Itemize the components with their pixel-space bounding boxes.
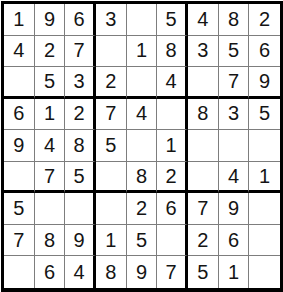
cell-r1c8[interactable]: 8 — [219, 4, 250, 36]
cell-r8c5[interactable]: 5 — [127, 225, 158, 257]
cell-r9c1-empty[interactable] — [4, 256, 35, 288]
cell-r2c6[interactable]: 8 — [157, 36, 188, 68]
cell-r7c9-empty[interactable] — [249, 193, 280, 225]
cell-r4c8[interactable]: 3 — [219, 99, 250, 131]
cell-r9c4[interactable]: 8 — [96, 256, 127, 288]
cell-r2c8[interactable]: 5 — [219, 36, 250, 68]
cell-r2c3[interactable]: 7 — [65, 36, 96, 68]
cell-r1c1[interactable]: 1 — [4, 4, 35, 36]
cell-r4c6-empty[interactable] — [157, 99, 188, 131]
cell-r5c2[interactable]: 4 — [35, 130, 66, 162]
cell-r6c5[interactable]: 8 — [127, 162, 158, 194]
sudoku-board: 1963548242718356532479612748359485175824… — [1, 1, 283, 292]
cell-r7c4-empty[interactable] — [96, 193, 127, 225]
cell-r6c1-empty[interactable] — [4, 162, 35, 194]
cell-r3c7-empty[interactable] — [188, 67, 219, 99]
cell-r7c7[interactable]: 7 — [188, 193, 219, 225]
cell-r7c6[interactable]: 6 — [157, 193, 188, 225]
cell-r3c6[interactable]: 4 — [157, 67, 188, 99]
cell-r5c9-empty[interactable] — [249, 130, 280, 162]
cell-r7c2-empty[interactable] — [35, 193, 66, 225]
cell-r4c9[interactable]: 5 — [249, 99, 280, 131]
cell-r5c8-empty[interactable] — [219, 130, 250, 162]
cell-r1c4[interactable]: 3 — [96, 4, 127, 36]
cell-r7c1[interactable]: 5 — [4, 193, 35, 225]
cell-r3c4[interactable]: 2 — [96, 67, 127, 99]
cell-r4c3[interactable]: 2 — [65, 99, 96, 131]
cell-r5c5-empty[interactable] — [127, 130, 158, 162]
cell-r7c8[interactable]: 9 — [219, 193, 250, 225]
cell-r2c4-empty[interactable] — [96, 36, 127, 68]
cell-r5c3[interactable]: 8 — [65, 130, 96, 162]
cell-r9c7[interactable]: 5 — [188, 256, 219, 288]
cell-r9c6[interactable]: 7 — [157, 256, 188, 288]
cell-r9c9-empty[interactable] — [249, 256, 280, 288]
cell-r6c2[interactable]: 7 — [35, 162, 66, 194]
cell-r8c8[interactable]: 6 — [219, 225, 250, 257]
cell-r8c9-empty[interactable] — [249, 225, 280, 257]
cell-r3c9[interactable]: 9 — [249, 67, 280, 99]
cell-r4c5[interactable]: 4 — [127, 99, 158, 131]
cell-r2c9[interactable]: 6 — [249, 36, 280, 68]
cell-r3c1-empty[interactable] — [4, 67, 35, 99]
cell-r3c2[interactable]: 5 — [35, 67, 66, 99]
cell-r9c5[interactable]: 9 — [127, 256, 158, 288]
cell-r2c2[interactable]: 2 — [35, 36, 66, 68]
cell-r6c4-empty[interactable] — [96, 162, 127, 194]
cell-r4c7[interactable]: 8 — [188, 99, 219, 131]
cell-r8c1[interactable]: 7 — [4, 225, 35, 257]
cell-r9c2[interactable]: 6 — [35, 256, 66, 288]
cell-r3c8[interactable]: 7 — [219, 67, 250, 99]
cell-r1c2[interactable]: 9 — [35, 4, 66, 36]
cell-r7c5[interactable]: 2 — [127, 193, 158, 225]
cell-r1c6[interactable]: 5 — [157, 4, 188, 36]
cell-r8c3[interactable]: 9 — [65, 225, 96, 257]
sudoku-page: 1963548242718356532479612748359485175824… — [0, 0, 283, 292]
cell-r4c2[interactable]: 1 — [35, 99, 66, 131]
cell-r4c4[interactable]: 7 — [96, 99, 127, 131]
cell-r8c2[interactable]: 8 — [35, 225, 66, 257]
cell-r1c3[interactable]: 6 — [65, 4, 96, 36]
cell-r8c6-empty[interactable] — [157, 225, 188, 257]
cell-r2c1[interactable]: 4 — [4, 36, 35, 68]
cell-r8c4[interactable]: 1 — [96, 225, 127, 257]
cell-r6c3[interactable]: 5 — [65, 162, 96, 194]
cell-r5c4[interactable]: 5 — [96, 130, 127, 162]
cell-r5c7-empty[interactable] — [188, 130, 219, 162]
cell-r6c8[interactable]: 4 — [219, 162, 250, 194]
cell-r3c3[interactable]: 3 — [65, 67, 96, 99]
cell-r1c9[interactable]: 2 — [249, 4, 280, 36]
cell-r2c7[interactable]: 3 — [188, 36, 219, 68]
cell-r2c5[interactable]: 1 — [127, 36, 158, 68]
cell-r4c1[interactable]: 6 — [4, 99, 35, 131]
cell-r1c5-empty[interactable] — [127, 4, 158, 36]
cell-r3c5-empty[interactable] — [127, 67, 158, 99]
cell-r7c3-empty[interactable] — [65, 193, 96, 225]
cell-r9c3[interactable]: 4 — [65, 256, 96, 288]
cell-r6c7-empty[interactable] — [188, 162, 219, 194]
cell-r6c9[interactable]: 1 — [249, 162, 280, 194]
cell-r9c8[interactable]: 1 — [219, 256, 250, 288]
cell-r5c6[interactable]: 1 — [157, 130, 188, 162]
cell-r5c1[interactable]: 9 — [4, 130, 35, 162]
cell-r6c6[interactable]: 2 — [157, 162, 188, 194]
cell-r1c7[interactable]: 4 — [188, 4, 219, 36]
cell-r8c7[interactable]: 2 — [188, 225, 219, 257]
